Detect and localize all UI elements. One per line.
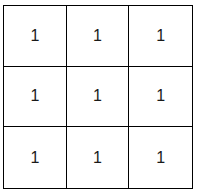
grid-cell-r2c2[interactable]: 1: [129, 127, 192, 188]
screenshot-root: 1 1 1 1 1 1 1 1 1: [0, 0, 198, 195]
grid-cell-r1c0[interactable]: 1: [4, 67, 67, 128]
grid-cell-r0c1[interactable]: 1: [67, 6, 130, 67]
grid-cell-r2c1[interactable]: 1: [67, 127, 130, 188]
number-grid-board: 1 1 1 1 1 1 1 1 1: [3, 5, 193, 189]
grid-cell-r1c2[interactable]: 1: [129, 67, 192, 128]
grid-cell-r2c0[interactable]: 1: [4, 127, 67, 188]
grid-cell-r1c1[interactable]: 1: [67, 67, 130, 128]
grid-cell-r0c2[interactable]: 1: [129, 6, 192, 67]
grid-cell-r0c0[interactable]: 1: [4, 6, 67, 67]
